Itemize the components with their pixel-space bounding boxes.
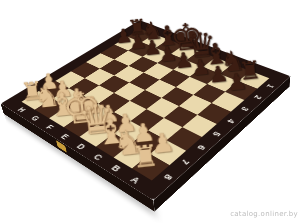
square-d6	[114, 101, 147, 121]
piece-white-pawn: ♟	[37, 71, 60, 93]
board-perspective-wrapper: ♜♞♝♚♛♝♞♜♟♟♟♟♟♟♟♟♟♟♟♟♟♟♟♟♜♞♝♚♛♝♞♜ HGFEDCB…	[32, 0, 258, 203]
watermark: catalog.onliner.by	[230, 210, 298, 218]
product-photo: ♜♞♝♚♛♝♞♜♟♟♟♟♟♟♟♟♟♟♟♟♟♟♟♟♜♞♝♚♛♝♞♜ HGFEDCB…	[0, 0, 300, 223]
piece-black-pawn: ♟	[114, 27, 135, 47]
square-h7: ♟	[39, 81, 69, 99]
chess-board: ♜♞♝♚♛♝♞♜♟♟♟♟♟♟♟♟♟♟♟♟♟♟♟♟♜♞♝♚♛♝♞♜ HGFEDCB…	[1, 20, 291, 200]
piece-black-rook: ♜	[127, 17, 148, 39]
square-c2: ♟	[190, 67, 220, 84]
piece-white-rook: ♜	[20, 79, 44, 104]
board-grid: ♜♞♝♚♛♝♞♜♟♟♟♟♟♟♟♟♟♟♟♟♟♟♟♟♜♞♝♚♛♝♞♜	[22, 29, 270, 181]
